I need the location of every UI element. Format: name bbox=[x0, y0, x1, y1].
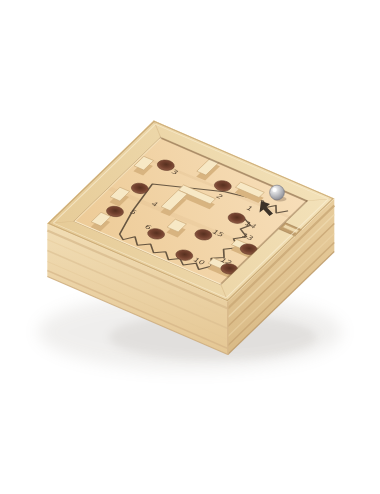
steel-ball bbox=[270, 185, 285, 200]
scene-canvas: 3245615141013121 bbox=[0, 0, 380, 494]
ball-highlight bbox=[273, 188, 277, 192]
product-photo: 3245615141013121 bbox=[0, 0, 380, 494]
